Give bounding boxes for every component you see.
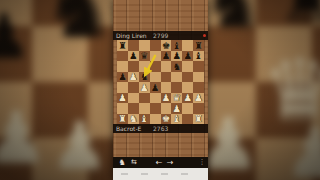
- square-c1[interactable]: ♝: [139, 114, 150, 125]
- square-e8[interactable]: ♚: [161, 40, 172, 51]
- bottom-toolbar: ♞ ⇆ ← → ⋮: [113, 157, 208, 168]
- square-e2[interactable]: [161, 103, 172, 114]
- chess-board[interactable]: ♜♚♝♜♟♛♟♟♟♝♞♟♟♞♟♟♟♟♛♟♟♟♜♞♝♚♝♜: [117, 40, 204, 124]
- square-e4[interactable]: [161, 82, 172, 93]
- previous-move-icon[interactable]: ←: [154, 157, 164, 168]
- black-king: ♚: [162, 41, 171, 51]
- square-g6[interactable]: [182, 61, 193, 72]
- square-b3[interactable]: [128, 93, 139, 104]
- black-pawn: ♟: [129, 51, 138, 61]
- square-c3[interactable]: [139, 93, 150, 104]
- black-knight: ♞: [140, 72, 149, 82]
- square-e5[interactable]: [161, 72, 172, 83]
- white-pawn: ♟: [173, 104, 182, 114]
- square-f5[interactable]: [171, 72, 182, 83]
- square-b1[interactable]: ♞: [128, 114, 139, 125]
- square-b7[interactable]: ♟: [128, 51, 139, 62]
- square-a2[interactable]: [117, 103, 128, 114]
- engine-piece-icon[interactable]: ♞: [117, 157, 127, 168]
- square-f8[interactable]: ♝: [171, 40, 182, 51]
- square-e3[interactable]: ♟: [161, 93, 172, 104]
- square-f7[interactable]: ♟: [171, 51, 182, 62]
- white-queen: ♛: [173, 93, 182, 103]
- screenshot-root: ♞ ♟ ♟ ♟ ♞ ♜ ♛ ♟ ♟ Ding Liren 2799 ♜♚♝♜♟♛…: [0, 0, 320, 180]
- square-g2[interactable]: [182, 103, 193, 114]
- square-h7[interactable]: ♝: [193, 51, 204, 62]
- white-pawn: ♟: [162, 93, 171, 103]
- white-king: ♚: [162, 114, 171, 124]
- white-pawn: ♟: [194, 93, 203, 103]
- square-g1[interactable]: [182, 114, 193, 125]
- square-d3[interactable]: [150, 93, 161, 104]
- square-d8[interactable]: [150, 40, 161, 51]
- square-h8[interactable]: ♜: [193, 40, 204, 51]
- white-knight: ♞: [129, 114, 138, 124]
- square-d7[interactable]: [150, 51, 161, 62]
- square-e7[interactable]: ♟: [161, 51, 172, 62]
- black-pawn: ♟: [118, 72, 127, 82]
- overflow-menu-icon[interactable]: ⋮: [197, 157, 207, 168]
- white-pawn: ♟: [118, 93, 127, 103]
- live-indicator-dot: [203, 34, 206, 37]
- flip-board-icon[interactable]: ⇆: [129, 157, 139, 168]
- square-b4[interactable]: [128, 82, 139, 93]
- square-c2[interactable]: [139, 103, 150, 114]
- square-h3[interactable]: ♟: [193, 93, 204, 104]
- square-c8[interactable]: [139, 40, 150, 51]
- square-a6[interactable]: [117, 61, 128, 72]
- square-h1[interactable]: ♜: [193, 114, 204, 125]
- faint-move-text: [161, 173, 168, 175]
- top-player-rating: 2799: [153, 31, 168, 40]
- black-bishop: ♝: [173, 41, 182, 51]
- square-h5[interactable]: [193, 72, 204, 83]
- black-rook: ♜: [118, 41, 127, 51]
- square-a3[interactable]: ♟: [117, 93, 128, 104]
- black-rook: ♜: [194, 41, 203, 51]
- square-d5[interactable]: [150, 72, 161, 83]
- white-pawn: ♟: [129, 72, 138, 82]
- square-d1[interactable]: [150, 114, 161, 125]
- white-pawn: ♟: [140, 83, 149, 93]
- square-b2[interactable]: [128, 103, 139, 114]
- board-squares-grid[interactable]: ♜♚♝♜♟♛♟♟♟♝♞♟♟♞♟♟♟♟♛♟♟♟♜♞♝♚♝♜: [117, 40, 204, 124]
- top-player-bar: Ding Liren 2799: [113, 31, 208, 40]
- square-g4[interactable]: [182, 82, 193, 93]
- white-rook: ♜: [194, 114, 203, 124]
- square-h4[interactable]: [193, 82, 204, 93]
- square-g3[interactable]: ♟: [182, 93, 193, 104]
- square-f4[interactable]: [171, 82, 182, 93]
- square-a7[interactable]: [117, 51, 128, 62]
- square-d2[interactable]: [150, 103, 161, 114]
- square-g7[interactable]: ♟: [182, 51, 193, 62]
- square-b8[interactable]: [128, 40, 139, 51]
- square-d6[interactable]: [150, 61, 161, 72]
- black-pawn: ♟: [183, 51, 192, 61]
- white-pawn: ♟: [183, 93, 192, 103]
- square-c4[interactable]: ♟: [139, 82, 150, 93]
- black-knight: ♞: [173, 62, 182, 72]
- white-bishop: ♝: [173, 114, 182, 124]
- square-f6[interactable]: ♞: [171, 61, 182, 72]
- faint-move-text: [121, 173, 128, 175]
- square-b6[interactable]: [128, 61, 139, 72]
- chess-app-screen: Ding Liren 2799 ♜♚♝♜♟♛♟♟♟♝♞♟♟♞♟♟♟♟♛♟♟♟♜♞…: [113, 0, 208, 180]
- square-a5[interactable]: ♟: [117, 72, 128, 83]
- square-b5[interactable]: ♟: [128, 72, 139, 83]
- top-player-name: Ding Liren: [116, 31, 147, 40]
- square-a8[interactable]: ♜: [117, 40, 128, 51]
- square-c7[interactable]: ♛: [139, 51, 150, 62]
- bottom-player-bar: Bacrot-E 2763: [113, 124, 208, 133]
- square-f3[interactable]: ♛: [171, 93, 182, 104]
- square-e1[interactable]: ♚: [161, 114, 172, 125]
- square-a4[interactable]: [117, 82, 128, 93]
- square-h6[interactable]: [193, 61, 204, 72]
- square-a1[interactable]: ♜: [117, 114, 128, 125]
- bottom-player-rating: 2763: [153, 124, 168, 133]
- bottom-player-name: Bacrot-E: [116, 124, 141, 133]
- faint-move-text: [141, 173, 148, 175]
- next-move-icon[interactable]: →: [165, 157, 175, 168]
- square-h2[interactable]: [193, 103, 204, 114]
- black-pawn: ♟: [151, 83, 160, 93]
- white-rook: ♜: [118, 114, 127, 124]
- white-bishop: ♝: [140, 114, 149, 124]
- move-notation-strip[interactable]: [113, 168, 208, 180]
- black-bishop: ♝: [194, 51, 203, 61]
- square-c6[interactable]: [139, 61, 150, 72]
- square-f1[interactable]: ♝: [171, 114, 182, 125]
- square-d4[interactable]: ♟: [150, 82, 161, 93]
- square-e6[interactable]: [161, 61, 172, 72]
- faint-move-text: [181, 173, 188, 175]
- black-queen: ♛: [140, 51, 149, 61]
- square-g8[interactable]: [182, 40, 193, 51]
- black-pawn: ♟: [173, 51, 182, 61]
- square-f2[interactable]: ♟: [171, 103, 182, 114]
- square-c5[interactable]: ♞: [139, 72, 150, 83]
- black-pawn: ♟: [162, 51, 171, 61]
- square-g5[interactable]: [182, 72, 193, 83]
